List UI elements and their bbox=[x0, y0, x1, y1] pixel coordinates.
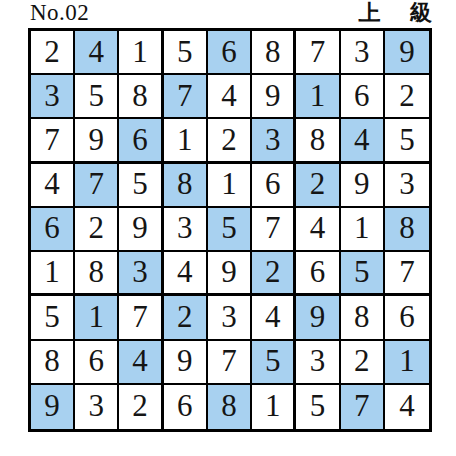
sudoku-cell-r6c9: 7 bbox=[385, 252, 429, 296]
sudoku-cell-r1c1: 2 bbox=[31, 31, 75, 75]
sudoku-cell-r7c4: 2 bbox=[164, 296, 208, 340]
sudoku-cell-r6c3: 3 bbox=[119, 252, 163, 296]
sudoku-cell-r3c1: 7 bbox=[31, 119, 75, 163]
sudoku-cell-r2c7: 1 bbox=[296, 75, 340, 119]
sudoku-cell-r5c8: 1 bbox=[341, 208, 385, 252]
sudoku-cell-r8c4: 9 bbox=[164, 341, 208, 385]
sudoku-cell-r5c6: 7 bbox=[252, 208, 296, 252]
sudoku-cell-r4c2: 7 bbox=[75, 164, 119, 208]
sudoku-cell-r1c7: 7 bbox=[296, 31, 340, 75]
sudoku-cell-r1c8: 3 bbox=[341, 31, 385, 75]
sudoku-cell-r7c9: 6 bbox=[385, 296, 429, 340]
sudoku-cell-r4c9: 3 bbox=[385, 164, 429, 208]
sudoku-cell-r4c3: 5 bbox=[119, 164, 163, 208]
sudoku-cell-r3c4: 1 bbox=[164, 119, 208, 163]
sudoku-cell-r2c3: 8 bbox=[119, 75, 163, 119]
sudoku-cell-r4c1: 4 bbox=[31, 164, 75, 208]
sudoku-cell-r2c1: 3 bbox=[31, 75, 75, 119]
sudoku-cell-r3c6: 3 bbox=[252, 119, 296, 163]
sudoku-cell-r5c9: 8 bbox=[385, 208, 429, 252]
sudoku-cell-r1c3: 1 bbox=[119, 31, 163, 75]
sudoku-cell-r8c6: 5 bbox=[252, 341, 296, 385]
sudoku-cell-r3c5: 2 bbox=[208, 119, 252, 163]
sudoku-cell-r4c4: 8 bbox=[164, 164, 208, 208]
sudoku-solution-page: No.02 上 級 241568739358749162796123845475… bbox=[0, 0, 456, 456]
sudoku-cell-r7c6: 4 bbox=[252, 296, 296, 340]
sudoku-cell-r8c7: 3 bbox=[296, 341, 340, 385]
sudoku-cell-r8c2: 6 bbox=[75, 341, 119, 385]
sudoku-cell-r7c1: 5 bbox=[31, 296, 75, 340]
sudoku-cell-r2c8: 6 bbox=[341, 75, 385, 119]
sudoku-cell-r8c5: 7 bbox=[208, 341, 252, 385]
sudoku-cell-r2c4: 7 bbox=[164, 75, 208, 119]
sudoku-cell-r3c7: 8 bbox=[296, 119, 340, 163]
sudoku-cell-r9c8: 7 bbox=[341, 385, 385, 429]
sudoku-cell-r6c2: 8 bbox=[75, 252, 119, 296]
sudoku-cell-r6c7: 6 bbox=[296, 252, 340, 296]
sudoku-cell-r6c5: 9 bbox=[208, 252, 252, 296]
sudoku-cell-r6c4: 4 bbox=[164, 252, 208, 296]
sudoku-cell-r2c6: 9 bbox=[252, 75, 296, 119]
sudoku-cell-r3c9: 5 bbox=[385, 119, 429, 163]
sudoku-cell-r3c3: 6 bbox=[119, 119, 163, 163]
sudoku-cell-r9c3: 2 bbox=[119, 385, 163, 429]
sudoku-cell-r1c2: 4 bbox=[75, 31, 119, 75]
sudoku-cell-r3c8: 4 bbox=[341, 119, 385, 163]
sudoku-cell-r8c1: 8 bbox=[31, 341, 75, 385]
sudoku-cell-r9c7: 5 bbox=[296, 385, 340, 429]
sudoku-cell-r5c4: 3 bbox=[164, 208, 208, 252]
sudoku-cell-r9c9: 4 bbox=[385, 385, 429, 429]
sudoku-cell-r7c3: 7 bbox=[119, 296, 163, 340]
sudoku-cell-r7c7: 9 bbox=[296, 296, 340, 340]
sudoku-cell-r7c2: 1 bbox=[75, 296, 119, 340]
sudoku-cell-r9c4: 6 bbox=[164, 385, 208, 429]
sudoku-cell-r3c2: 9 bbox=[75, 119, 119, 163]
sudoku-cell-r7c8: 8 bbox=[341, 296, 385, 340]
sudoku-cell-r8c9: 1 bbox=[385, 341, 429, 385]
sudoku-cell-r1c5: 6 bbox=[208, 31, 252, 75]
sudoku-cell-r4c8: 9 bbox=[341, 164, 385, 208]
sudoku-cell-r1c4: 5 bbox=[164, 31, 208, 75]
sudoku-cell-r6c8: 5 bbox=[341, 252, 385, 296]
puzzle-number-label: No.02 bbox=[30, 0, 89, 26]
sudoku-cell-r2c9: 2 bbox=[385, 75, 429, 119]
sudoku-cell-r2c2: 5 bbox=[75, 75, 119, 119]
sudoku-cell-r1c9: 9 bbox=[385, 31, 429, 75]
sudoku-cell-r9c1: 9 bbox=[31, 385, 75, 429]
sudoku-cell-r9c2: 3 bbox=[75, 385, 119, 429]
sudoku-cell-r5c1: 6 bbox=[31, 208, 75, 252]
sudoku-cell-r8c3: 4 bbox=[119, 341, 163, 385]
sudoku-cell-r8c8: 2 bbox=[341, 341, 385, 385]
sudoku-cell-r5c3: 9 bbox=[119, 208, 163, 252]
sudoku-cell-r1c6: 8 bbox=[252, 31, 296, 75]
difficulty-label: 上 級 bbox=[359, 0, 433, 26]
sudoku-cell-r4c6: 6 bbox=[252, 164, 296, 208]
sudoku-board: 2415687393587491627961238454758162936293… bbox=[28, 28, 432, 432]
sudoku-cell-r6c6: 2 bbox=[252, 252, 296, 296]
sudoku-cell-r9c6: 1 bbox=[252, 385, 296, 429]
sudoku-cell-r5c2: 2 bbox=[75, 208, 119, 252]
sudoku-cell-r4c5: 1 bbox=[208, 164, 252, 208]
sudoku-cell-r9c5: 8 bbox=[208, 385, 252, 429]
sudoku-cell-r6c1: 1 bbox=[31, 252, 75, 296]
sudoku-cell-r5c5: 5 bbox=[208, 208, 252, 252]
sudoku-cell-r5c7: 4 bbox=[296, 208, 340, 252]
sudoku-cell-r4c7: 2 bbox=[296, 164, 340, 208]
sudoku-cell-r2c5: 4 bbox=[208, 75, 252, 119]
sudoku-cell-r7c5: 3 bbox=[208, 296, 252, 340]
